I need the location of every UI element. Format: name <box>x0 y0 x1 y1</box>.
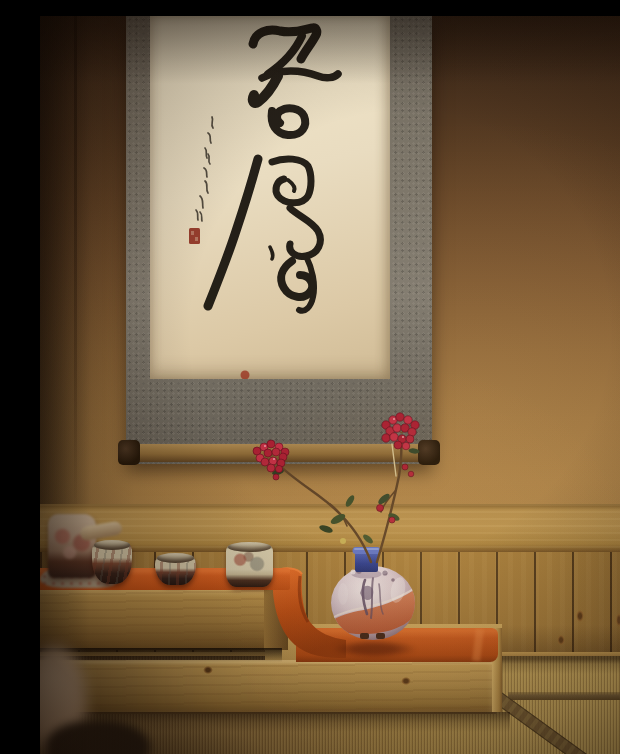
tatami-seam-horizontal <box>508 692 620 700</box>
berry-clusters <box>253 413 419 523</box>
tea-cup-middle <box>155 556 196 585</box>
scroll-paper <box>150 16 390 379</box>
tea-room-photo: Dim, warmly lit Japanese tea room: a cur… <box>40 16 620 754</box>
scroll-knob-left <box>118 440 140 465</box>
step-gap-shadow <box>40 648 282 662</box>
berry-branches <box>180 399 440 579</box>
hanging-stamen <box>392 444 396 476</box>
signature-column <box>196 117 213 221</box>
leaves <box>271 448 419 545</box>
calligraphy-artwork <box>150 16 390 379</box>
artist-seal <box>189 228 250 379</box>
wall-corner-edge <box>74 16 77 516</box>
tea-cup-left <box>92 543 132 584</box>
tea-cup-right <box>226 545 273 587</box>
upper-step-front <box>40 586 276 650</box>
side-handle-teapot <box>48 514 96 578</box>
lower-step-front <box>40 660 496 714</box>
